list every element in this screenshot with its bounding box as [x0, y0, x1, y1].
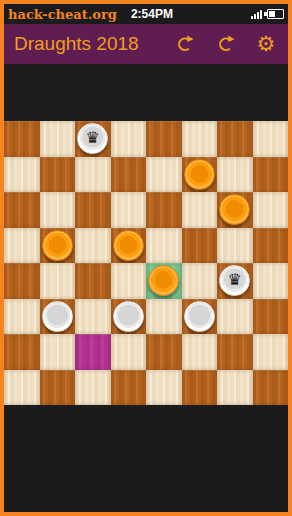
square-r4c5[interactable] — [182, 263, 218, 299]
square-r7c2[interactable] — [75, 370, 111, 406]
square-r2c6[interactable] — [217, 192, 253, 228]
square-r4c2[interactable] — [75, 263, 111, 299]
watermark-site-label: hack-cheat.org — [8, 7, 117, 22]
square-r3c4[interactable] — [146, 228, 182, 264]
app-screen: hack-cheat.org 2:54PM Draughts 2018 — [0, 0, 292, 516]
draughts-board: ♛♛ — [4, 121, 288, 405]
square-r5c5[interactable] — [182, 299, 218, 335]
square-r2c0[interactable] — [4, 192, 40, 228]
square-r1c2[interactable] — [75, 157, 111, 193]
square-r6c6[interactable] — [217, 334, 253, 370]
clock-label: 2:54PM — [131, 7, 173, 21]
orange-man-piece[interactable] — [219, 194, 250, 225]
square-r1c1[interactable] — [40, 157, 76, 193]
orange-man-piece[interactable] — [42, 230, 73, 261]
square-r2c5[interactable] — [182, 192, 218, 228]
square-r5c6[interactable] — [217, 299, 253, 335]
king-crown-icon: ♛ — [86, 130, 100, 146]
square-r6c0[interactable] — [4, 334, 40, 370]
square-r5c7[interactable] — [253, 299, 289, 335]
app-header: Draughts 2018 ⚙ — [4, 24, 288, 64]
square-r5c0[interactable] — [4, 299, 40, 335]
settings-button[interactable]: ⚙ — [254, 32, 278, 56]
king-crown-icon: ♛ — [228, 272, 242, 288]
square-r3c7[interactable] — [253, 228, 289, 264]
square-r5c1[interactable] — [40, 299, 76, 335]
selected-square[interactable] — [146, 263, 182, 299]
square-r2c1[interactable] — [40, 192, 76, 228]
square-r1c0[interactable] — [4, 157, 40, 193]
square-r4c0[interactable] — [4, 263, 40, 299]
square-r0c5[interactable] — [182, 121, 218, 157]
redo-arrow-icon — [214, 33, 236, 55]
white-man-piece[interactable] — [113, 301, 144, 332]
gear-icon: ⚙ — [257, 34, 276, 55]
square-r1c3[interactable] — [111, 157, 147, 193]
orange-man-piece[interactable] — [148, 265, 179, 296]
square-r4c3[interactable] — [111, 263, 147, 299]
square-r1c7[interactable] — [253, 157, 289, 193]
square-r7c3[interactable] — [111, 370, 147, 406]
square-r7c0[interactable] — [4, 370, 40, 406]
square-r4c6[interactable]: ♛ — [217, 263, 253, 299]
square-r7c5[interactable] — [182, 370, 218, 406]
signal-icon — [251, 10, 262, 19]
battery-icon — [267, 9, 284, 19]
white-man-piece[interactable] — [42, 301, 73, 332]
board-top-gap — [4, 64, 288, 121]
square-r7c4[interactable] — [146, 370, 182, 406]
square-r5c4[interactable] — [146, 299, 182, 335]
square-r3c1[interactable] — [40, 228, 76, 264]
white-man-piece[interactable] — [184, 301, 215, 332]
header-actions: ⚙ — [172, 32, 278, 56]
undo-arrow-icon — [173, 33, 195, 55]
square-r4c7[interactable] — [253, 263, 289, 299]
square-r7c6[interactable] — [217, 370, 253, 406]
square-r3c0[interactable] — [4, 228, 40, 264]
square-r6c1[interactable] — [40, 334, 76, 370]
status-bar: hack-cheat.org 2:54PM — [4, 4, 288, 24]
square-r3c6[interactable] — [217, 228, 253, 264]
square-r0c7[interactable] — [253, 121, 289, 157]
square-r2c2[interactable] — [75, 192, 111, 228]
square-r6c5[interactable] — [182, 334, 218, 370]
orange-man-piece[interactable] — [113, 230, 144, 261]
square-r1c4[interactable] — [146, 157, 182, 193]
square-r0c0[interactable] — [4, 121, 40, 157]
square-r1c6[interactable] — [217, 157, 253, 193]
status-icons — [251, 9, 284, 19]
square-r2c7[interactable] — [253, 192, 289, 228]
square-r2c3[interactable] — [111, 192, 147, 228]
square-r6c7[interactable] — [253, 334, 289, 370]
move-target-square[interactable] — [75, 334, 111, 370]
square-r0c6[interactable] — [217, 121, 253, 157]
undo-button[interactable] — [172, 32, 196, 56]
square-r0c4[interactable] — [146, 121, 182, 157]
square-r7c7[interactable] — [253, 370, 289, 406]
square-r0c2[interactable]: ♛ — [75, 121, 111, 157]
square-r2c4[interactable] — [146, 192, 182, 228]
square-r1c5[interactable] — [182, 157, 218, 193]
square-r6c4[interactable] — [146, 334, 182, 370]
square-r3c2[interactable] — [75, 228, 111, 264]
white-king-piece[interactable]: ♛ — [77, 123, 108, 154]
square-r4c1[interactable] — [40, 263, 76, 299]
white-king-piece[interactable]: ♛ — [219, 265, 250, 296]
square-r3c3[interactable] — [111, 228, 147, 264]
redo-button[interactable] — [213, 32, 237, 56]
square-r7c1[interactable] — [40, 370, 76, 406]
square-r0c1[interactable] — [40, 121, 76, 157]
square-r5c3[interactable] — [111, 299, 147, 335]
square-r5c2[interactable] — [75, 299, 111, 335]
square-r0c3[interactable] — [111, 121, 147, 157]
orange-man-piece[interactable] — [184, 159, 215, 190]
square-r6c3[interactable] — [111, 334, 147, 370]
app-title: Draughts 2018 — [14, 33, 139, 55]
square-r3c5[interactable] — [182, 228, 218, 264]
